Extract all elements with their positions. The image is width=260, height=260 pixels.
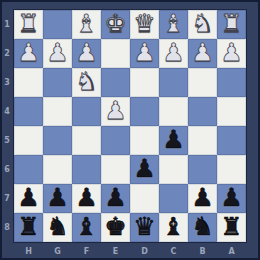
- square-g2[interactable]: ♟: [43, 39, 72, 68]
- square-a7[interactable]: ♟: [217, 184, 246, 213]
- piece-black-queen[interactable]: ♛: [133, 212, 155, 241]
- piece-white-pawn[interactable]: ♟: [162, 38, 184, 67]
- square-f6[interactable]: [72, 155, 101, 184]
- square-d1[interactable]: ♛: [130, 10, 159, 39]
- square-a2[interactable]: ♟: [217, 39, 246, 68]
- piece-black-rook[interactable]: ♜: [220, 212, 242, 241]
- file-label-e: E: [101, 242, 130, 260]
- square-e8[interactable]: ♚: [101, 213, 130, 242]
- square-g7[interactable]: ♟: [43, 184, 72, 213]
- square-e1[interactable]: ♚: [101, 10, 130, 39]
- square-g8[interactable]: ♞: [43, 213, 72, 242]
- piece-white-pawn[interactable]: ♟: [191, 38, 213, 67]
- square-h3[interactable]: [14, 68, 43, 97]
- square-c3[interactable]: [159, 68, 188, 97]
- piece-black-knight[interactable]: ♞: [46, 212, 68, 241]
- square-c1[interactable]: ♝: [159, 10, 188, 39]
- rank-label-2: 2: [0, 39, 14, 68]
- square-h8[interactable]: ♜: [14, 213, 43, 242]
- square-d7[interactable]: [130, 184, 159, 213]
- piece-white-pawn[interactable]: ♟: [133, 38, 155, 67]
- square-b5[interactable]: [188, 126, 217, 155]
- square-a6[interactable]: [217, 155, 246, 184]
- square-b7[interactable]: ♟: [188, 184, 217, 213]
- piece-white-queen[interactable]: ♛: [133, 9, 155, 38]
- piece-white-bishop[interactable]: ♝: [162, 9, 184, 38]
- square-h2[interactable]: ♟: [14, 39, 43, 68]
- piece-white-knight[interactable]: ♞: [75, 67, 97, 96]
- square-b6[interactable]: [188, 155, 217, 184]
- square-a8[interactable]: ♜: [217, 213, 246, 242]
- square-b1[interactable]: ♞: [188, 10, 217, 39]
- piece-black-knight[interactable]: ♞: [191, 212, 213, 241]
- square-d8[interactable]: ♛: [130, 213, 159, 242]
- piece-black-pawn[interactable]: ♟: [133, 154, 155, 183]
- square-b2[interactable]: ♟: [188, 39, 217, 68]
- piece-black-pawn[interactable]: ♟: [191, 183, 213, 212]
- square-f1[interactable]: ♝: [72, 10, 101, 39]
- square-b3[interactable]: [188, 68, 217, 97]
- square-c7[interactable]: [159, 184, 188, 213]
- piece-white-rook[interactable]: ♜: [220, 9, 242, 38]
- file-label-a: A: [217, 242, 246, 260]
- file-label-b: B: [188, 242, 217, 260]
- piece-black-pawn[interactable]: ♟: [46, 183, 68, 212]
- rank-label-4: 4: [0, 97, 14, 126]
- square-h6[interactable]: [14, 155, 43, 184]
- square-a3[interactable]: [217, 68, 246, 97]
- square-g5[interactable]: [43, 126, 72, 155]
- piece-white-pawn[interactable]: ♟: [220, 38, 242, 67]
- square-d5[interactable]: [130, 126, 159, 155]
- piece-black-pawn[interactable]: ♟: [75, 183, 97, 212]
- square-g1[interactable]: [43, 10, 72, 39]
- square-c4[interactable]: [159, 97, 188, 126]
- square-e5[interactable]: [101, 126, 130, 155]
- piece-white-bishop[interactable]: ♝: [75, 9, 97, 38]
- square-b4[interactable]: [188, 97, 217, 126]
- piece-black-pawn[interactable]: ♟: [162, 125, 184, 154]
- file-label-g: G: [43, 242, 72, 260]
- piece-black-pawn[interactable]: ♟: [104, 183, 126, 212]
- square-h7[interactable]: ♟: [14, 184, 43, 213]
- chess-board: ♜♝♚♛♝♞♜♟♟♟♟♟♟♟♞♟♟♟♟♟♟♟♟♟♜♞♝♚♛♝♞♜: [14, 10, 246, 242]
- square-g4[interactable]: [43, 97, 72, 126]
- square-a4[interactable]: [217, 97, 246, 126]
- square-e2[interactable]: [101, 39, 130, 68]
- square-c8[interactable]: ♝: [159, 213, 188, 242]
- square-e4[interactable]: ♟: [101, 97, 130, 126]
- square-d3[interactable]: [130, 68, 159, 97]
- piece-black-bishop[interactable]: ♝: [75, 212, 97, 241]
- square-f2[interactable]: ♟: [72, 39, 101, 68]
- piece-white-pawn[interactable]: ♟: [75, 38, 97, 67]
- square-f8[interactable]: ♝: [72, 213, 101, 242]
- piece-white-rook[interactable]: ♜: [17, 9, 39, 38]
- piece-white-pawn[interactable]: ♟: [46, 38, 68, 67]
- square-a5[interactable]: [217, 126, 246, 155]
- square-b8[interactable]: ♞: [188, 213, 217, 242]
- square-e6[interactable]: [101, 155, 130, 184]
- square-f3[interactable]: ♞: [72, 68, 101, 97]
- square-g3[interactable]: [43, 68, 72, 97]
- rank-labels: 12345678: [0, 10, 14, 242]
- file-label-h: H: [14, 242, 43, 260]
- file-label-d: D: [130, 242, 159, 260]
- piece-white-pawn[interactable]: ♟: [104, 96, 126, 125]
- square-c5[interactable]: ♟: [159, 126, 188, 155]
- square-h1[interactable]: ♜: [14, 10, 43, 39]
- piece-black-pawn[interactable]: ♟: [220, 183, 242, 212]
- square-f4[interactable]: [72, 97, 101, 126]
- chess-board-window: 12345678 ♜♝♚♛♝♞♜♟♟♟♟♟♟♟♞♟♟♟♟♟♟♟♟♟♜♞♝♚♛♝♞…: [0, 0, 260, 260]
- file-labels: HGFEDCBA: [14, 242, 246, 260]
- square-c6[interactable]: [159, 155, 188, 184]
- piece-white-pawn[interactable]: ♟: [17, 38, 39, 67]
- rank-label-5: 5: [0, 126, 14, 155]
- rank-label-3: 3: [0, 68, 14, 97]
- piece-white-knight[interactable]: ♞: [191, 9, 213, 38]
- square-e7[interactable]: ♟: [101, 184, 130, 213]
- piece-black-pawn[interactable]: ♟: [17, 183, 39, 212]
- square-a1[interactable]: ♜: [217, 10, 246, 39]
- rank-label-8: 8: [0, 213, 14, 242]
- rank-label-7: 7: [0, 184, 14, 213]
- piece-black-bishop[interactable]: ♝: [162, 212, 184, 241]
- file-label-c: C: [159, 242, 188, 260]
- square-d6[interactable]: ♟: [130, 155, 159, 184]
- piece-black-rook[interactable]: ♜: [17, 212, 39, 241]
- file-label-f: F: [72, 242, 101, 260]
- square-d2[interactable]: ♟: [130, 39, 159, 68]
- square-c2[interactable]: ♟: [159, 39, 188, 68]
- square-e3[interactable]: [101, 68, 130, 97]
- square-h5[interactable]: [14, 126, 43, 155]
- square-f7[interactable]: ♟: [72, 184, 101, 213]
- piece-white-king[interactable]: ♚: [104, 9, 126, 38]
- square-h4[interactable]: [14, 97, 43, 126]
- rank-label-1: 1: [0, 10, 14, 39]
- square-f5[interactable]: [72, 126, 101, 155]
- square-d4[interactable]: [130, 97, 159, 126]
- piece-black-king[interactable]: ♚: [104, 212, 126, 241]
- rank-label-6: 6: [0, 155, 14, 184]
- square-g6[interactable]: [43, 155, 72, 184]
